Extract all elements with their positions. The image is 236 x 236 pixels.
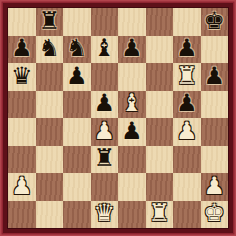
square-e8[interactable] bbox=[118, 8, 146, 36]
square-d8[interactable] bbox=[91, 8, 119, 36]
square-g6[interactable]: ♜ bbox=[173, 63, 201, 91]
square-g4[interactable]: ♟ bbox=[173, 118, 201, 146]
square-a3[interactable] bbox=[8, 146, 36, 174]
square-f7[interactable] bbox=[146, 36, 174, 64]
square-g5[interactable]: ♟ bbox=[173, 91, 201, 119]
square-a4[interactable] bbox=[8, 118, 36, 146]
square-e2[interactable] bbox=[118, 173, 146, 201]
square-b5[interactable] bbox=[36, 91, 64, 119]
square-b3[interactable] bbox=[36, 146, 64, 174]
square-e1[interactable] bbox=[118, 201, 146, 229]
square-c3[interactable] bbox=[63, 146, 91, 174]
square-h3[interactable] bbox=[201, 146, 229, 174]
square-g8[interactable] bbox=[173, 8, 201, 36]
square-e6[interactable] bbox=[118, 63, 146, 91]
piece-white-king[interactable]: ♚ bbox=[203, 201, 225, 225]
piece-white-pawn[interactable]: ♟ bbox=[203, 174, 225, 198]
square-d7[interactable]: ♝ bbox=[91, 36, 119, 64]
piece-white-pawn[interactable]: ♟ bbox=[93, 119, 115, 143]
square-g1[interactable] bbox=[173, 201, 201, 229]
square-h7[interactable] bbox=[201, 36, 229, 64]
square-d3[interactable]: ♜ bbox=[91, 146, 119, 174]
piece-white-rook[interactable]: ♜ bbox=[148, 201, 170, 225]
square-h1[interactable]: ♚ bbox=[201, 201, 229, 229]
piece-black-rook[interactable]: ♜ bbox=[38, 9, 60, 33]
square-a5[interactable] bbox=[8, 91, 36, 119]
square-b2[interactable] bbox=[36, 173, 64, 201]
piece-white-pawn[interactable]: ♟ bbox=[176, 119, 198, 143]
square-e3[interactable] bbox=[118, 146, 146, 174]
square-a1[interactable] bbox=[8, 201, 36, 229]
square-g3[interactable] bbox=[173, 146, 201, 174]
piece-black-pawn[interactable]: ♟ bbox=[93, 91, 115, 115]
square-c5[interactable] bbox=[63, 91, 91, 119]
piece-black-knight[interactable]: ♞ bbox=[66, 36, 88, 60]
square-b1[interactable] bbox=[36, 201, 64, 229]
square-h4[interactable] bbox=[201, 118, 229, 146]
square-c1[interactable] bbox=[63, 201, 91, 229]
piece-black-pawn[interactable]: ♟ bbox=[11, 36, 33, 60]
piece-black-queen[interactable]: ♛ bbox=[11, 64, 33, 88]
piece-white-pawn[interactable]: ♟ bbox=[11, 174, 33, 198]
piece-black-pawn[interactable]: ♟ bbox=[66, 64, 88, 88]
square-d1[interactable]: ♛ bbox=[91, 201, 119, 229]
piece-black-rook[interactable]: ♜ bbox=[93, 146, 115, 170]
square-f3[interactable] bbox=[146, 146, 174, 174]
square-b6[interactable] bbox=[36, 63, 64, 91]
chess-board: ♜♚♟♞♞♝♟♟♛♟♜♟♟♝♟♟♟♟♜♟♟♛♜♚ bbox=[8, 8, 228, 228]
piece-white-rook[interactable]: ♜ bbox=[176, 64, 198, 88]
piece-black-knight[interactable]: ♞ bbox=[38, 36, 60, 60]
square-h6[interactable]: ♟ bbox=[201, 63, 229, 91]
square-g7[interactable]: ♟ bbox=[173, 36, 201, 64]
square-e5[interactable]: ♝ bbox=[118, 91, 146, 119]
square-g2[interactable] bbox=[173, 173, 201, 201]
square-d4[interactable]: ♟ bbox=[91, 118, 119, 146]
square-f2[interactable] bbox=[146, 173, 174, 201]
board-frame: ♜♚♟♞♞♝♟♟♛♟♜♟♟♝♟♟♟♟♜♟♟♛♜♚ bbox=[0, 0, 236, 236]
square-a2[interactable]: ♟ bbox=[8, 173, 36, 201]
square-f1[interactable]: ♜ bbox=[146, 201, 174, 229]
square-b7[interactable]: ♞ bbox=[36, 36, 64, 64]
square-h8[interactable]: ♚ bbox=[201, 8, 229, 36]
square-c4[interactable] bbox=[63, 118, 91, 146]
square-d5[interactable]: ♟ bbox=[91, 91, 119, 119]
square-f5[interactable] bbox=[146, 91, 174, 119]
square-f8[interactable] bbox=[146, 8, 174, 36]
square-f6[interactable] bbox=[146, 63, 174, 91]
square-d6[interactable] bbox=[91, 63, 119, 91]
square-a8[interactable] bbox=[8, 8, 36, 36]
piece-black-pawn[interactable]: ♟ bbox=[121, 119, 143, 143]
square-h5[interactable] bbox=[201, 91, 229, 119]
square-c7[interactable]: ♞ bbox=[63, 36, 91, 64]
piece-black-pawn[interactable]: ♟ bbox=[203, 64, 225, 88]
square-c2[interactable] bbox=[63, 173, 91, 201]
piece-black-pawn[interactable]: ♟ bbox=[121, 36, 143, 60]
square-a7[interactable]: ♟ bbox=[8, 36, 36, 64]
square-h2[interactable]: ♟ bbox=[201, 173, 229, 201]
piece-white-queen[interactable]: ♛ bbox=[93, 201, 115, 225]
square-e7[interactable]: ♟ bbox=[118, 36, 146, 64]
piece-black-bishop[interactable]: ♝ bbox=[93, 36, 115, 60]
piece-black-pawn[interactable]: ♟ bbox=[176, 91, 198, 115]
square-b4[interactable] bbox=[36, 118, 64, 146]
square-c6[interactable]: ♟ bbox=[63, 63, 91, 91]
piece-white-bishop[interactable]: ♝ bbox=[121, 91, 143, 115]
square-b8[interactable]: ♜ bbox=[36, 8, 64, 36]
square-e4[interactable]: ♟ bbox=[118, 118, 146, 146]
square-f4[interactable] bbox=[146, 118, 174, 146]
square-a6[interactable]: ♛ bbox=[8, 63, 36, 91]
piece-black-pawn[interactable]: ♟ bbox=[176, 36, 198, 60]
square-d2[interactable] bbox=[91, 173, 119, 201]
square-c8[interactable] bbox=[63, 8, 91, 36]
piece-black-king[interactable]: ♚ bbox=[203, 9, 225, 33]
